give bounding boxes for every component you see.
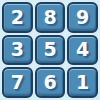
tile-number: 5: [43, 40, 56, 59]
tile-number: 9: [76, 8, 89, 27]
tile-r2c2[interactable]: 5: [35, 35, 66, 66]
tile-r3c3[interactable]: 1: [67, 67, 98, 98]
puzzle-board: 2 8 9 3 5 4 7 6 1: [0, 0, 100, 100]
tile-number: 1: [76, 73, 89, 92]
tile-r1c1[interactable]: 2: [2, 2, 33, 33]
tile-number: 3: [11, 40, 24, 59]
tile-number: 6: [43, 73, 56, 92]
tile-r1c2[interactable]: 8: [35, 2, 66, 33]
tile-number: 2: [11, 8, 24, 27]
tile-r3c1[interactable]: 7: [2, 67, 33, 98]
tile-r3c2[interactable]: 6: [35, 67, 66, 98]
tile-r2c1[interactable]: 3: [2, 35, 33, 66]
tile-r1c3[interactable]: 9: [67, 2, 98, 33]
tile-number: 4: [76, 40, 89, 59]
tile-number: 8: [43, 8, 56, 27]
tile-r2c3[interactable]: 4: [67, 35, 98, 66]
tile-number: 7: [11, 73, 24, 92]
